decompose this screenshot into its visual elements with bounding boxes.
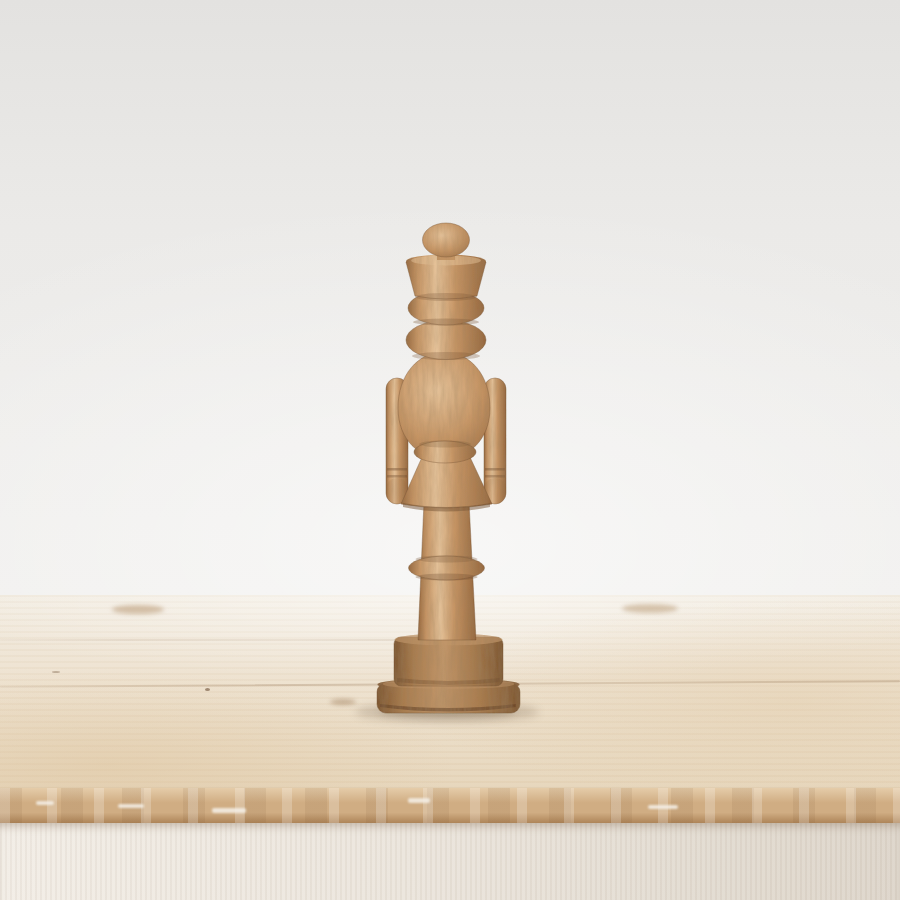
wood-speck: [52, 671, 60, 673]
wooden-nutcracker-figurine: [340, 205, 560, 730]
paint-scuff: [408, 798, 430, 803]
ankle-ring: [409, 556, 485, 581]
wood-knot: [112, 605, 164, 614]
wood-knot: [622, 604, 678, 613]
paint-scuff: [648, 805, 678, 809]
table-front-edge: [0, 788, 900, 823]
base-upper-disc: [394, 634, 503, 687]
collar-ring: [406, 321, 486, 361]
paint-scuff: [118, 804, 144, 808]
paint-scuff: [36, 801, 54, 805]
wood-speck: [205, 688, 210, 691]
table-front-panel: [0, 823, 900, 900]
neck-ring: [414, 441, 476, 464]
hat: [406, 255, 486, 302]
paint-scuff: [212, 808, 246, 813]
product-photo: [0, 0, 900, 900]
ball-finial: [423, 223, 470, 260]
